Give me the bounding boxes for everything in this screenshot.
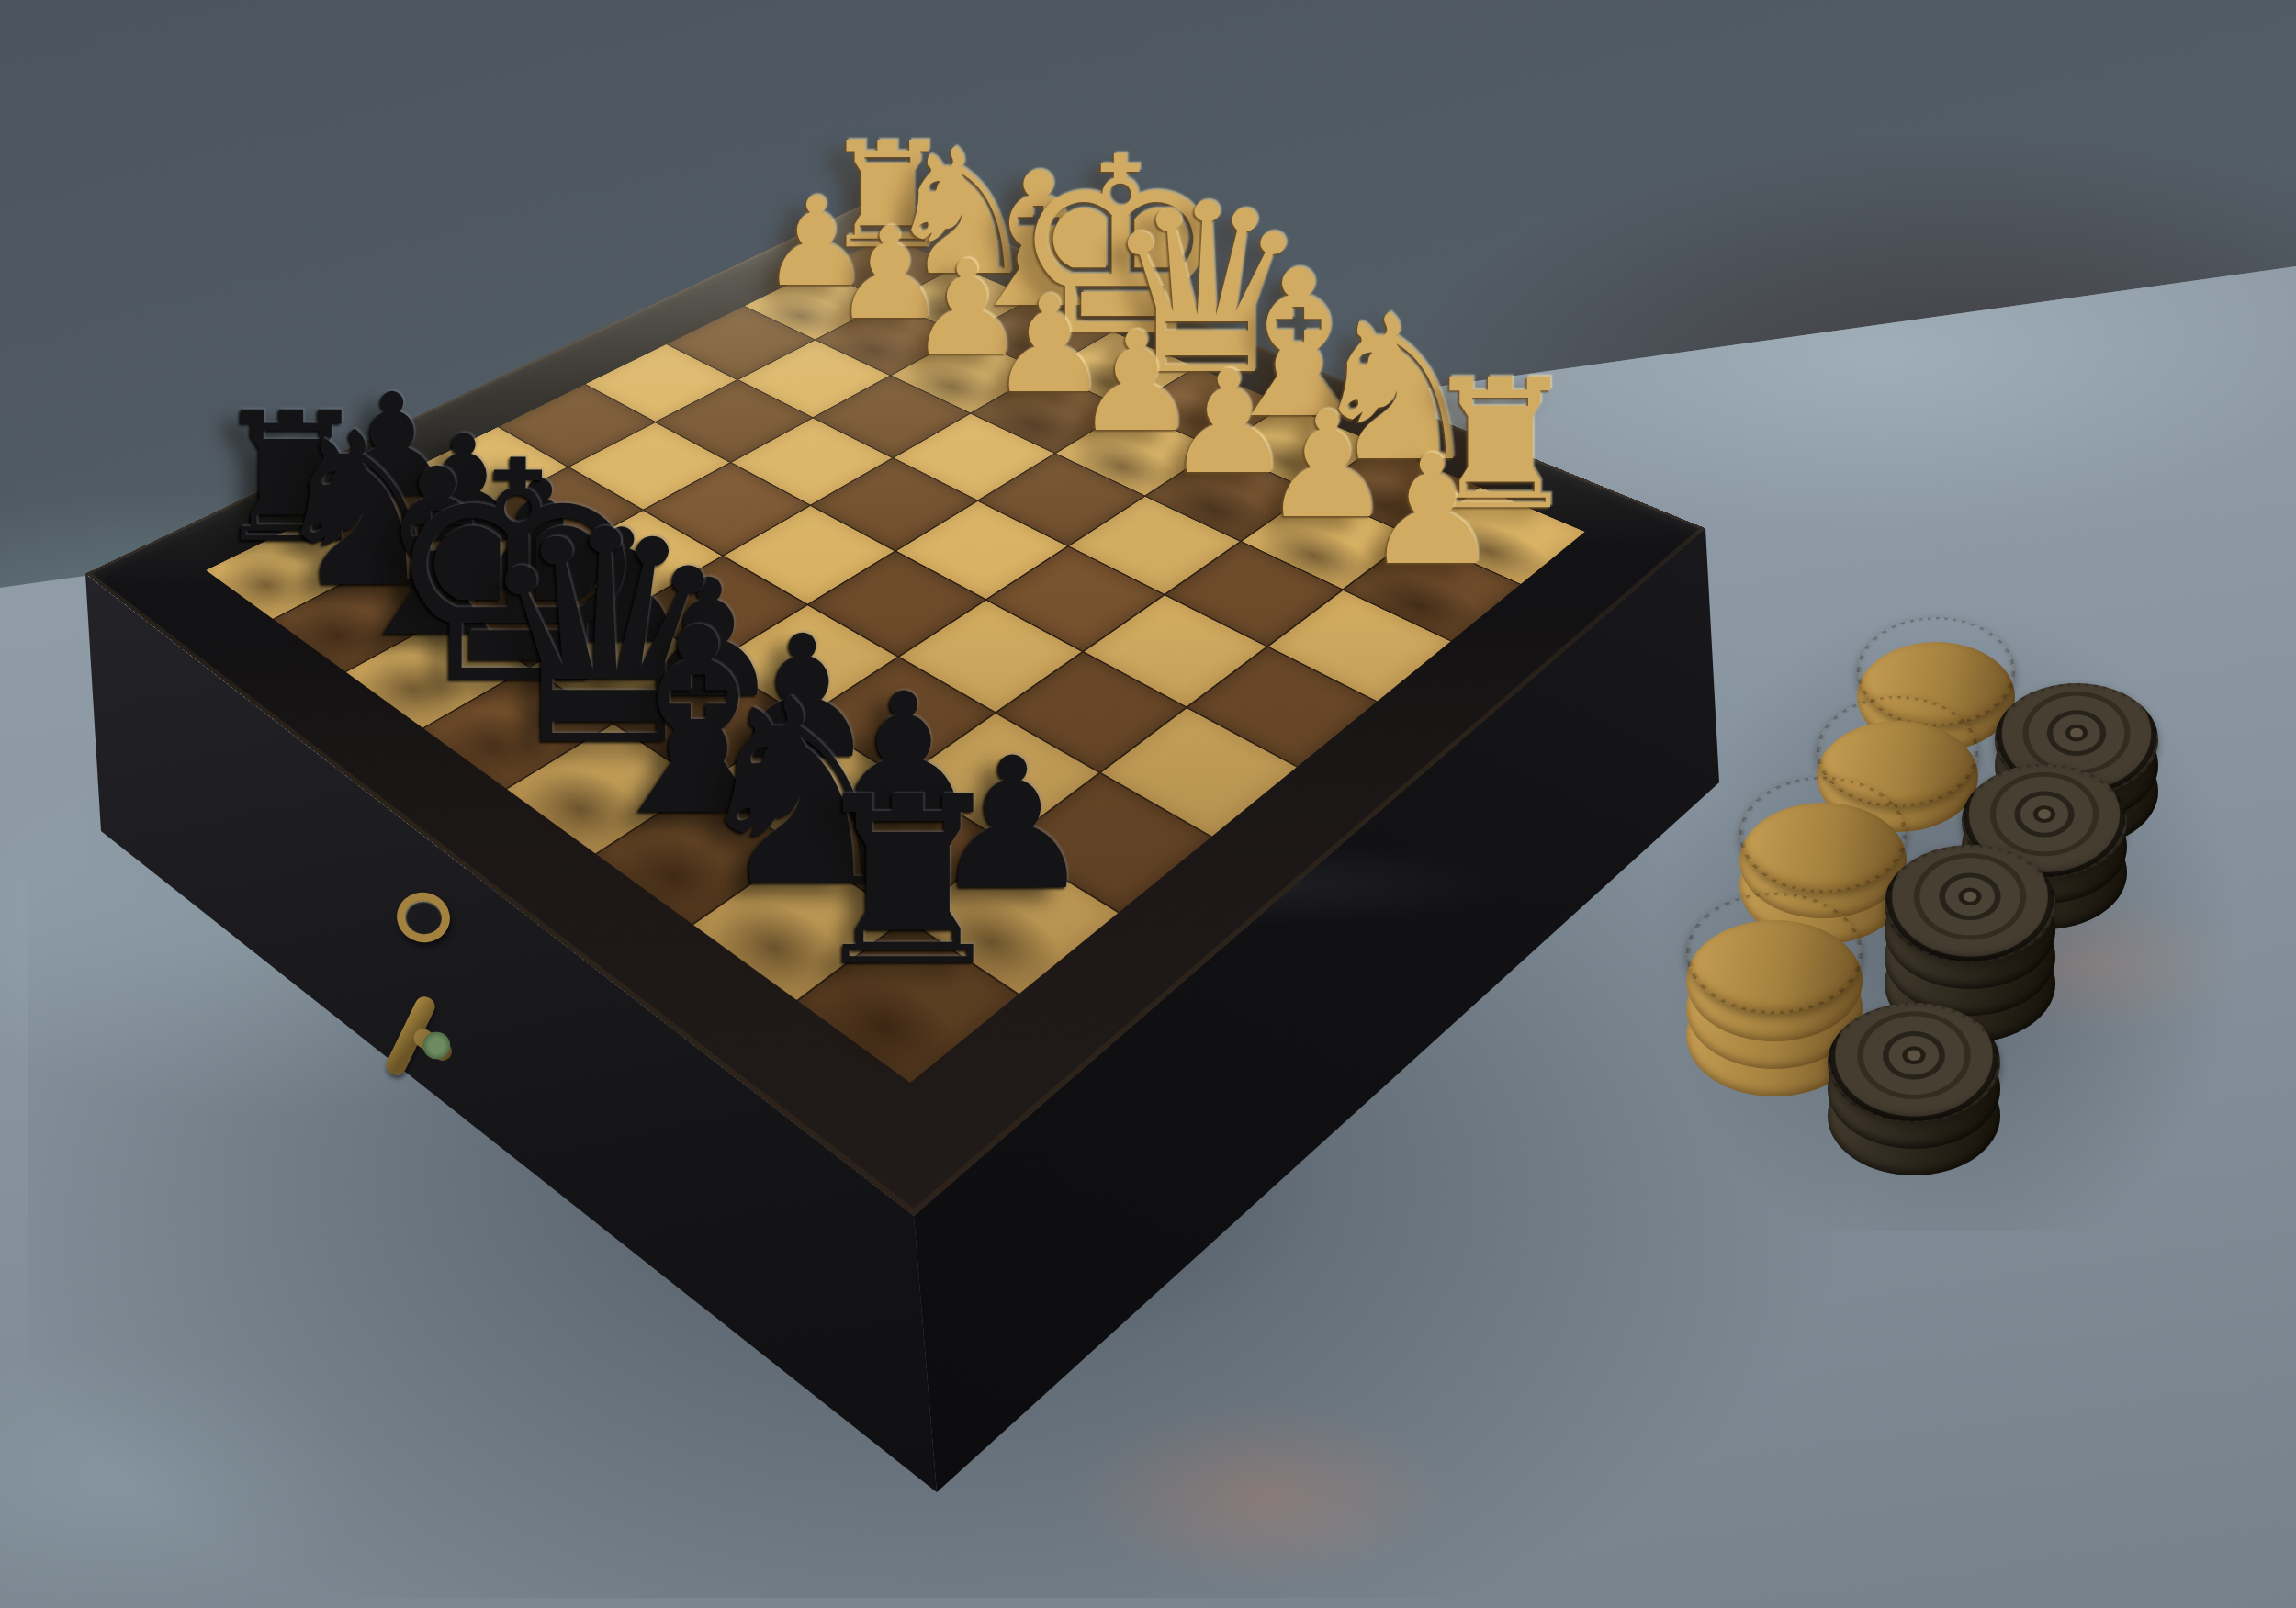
chess-board-top [85,194,1705,1216]
board-grid [206,236,1584,1083]
dark-draughts-piece [1828,1003,2000,1122]
dark-draughts-piece [1885,845,2055,962]
light-draughts-piece [1686,893,1863,1014]
scene: ♜♞♟♝♟♚♟♛♟♝♟♞♟♟♜♟♟♜♟♟♞♟♝♟♚♟♛♟♝♟♞♜ [0,0,2296,1608]
dark-draughts-stack [1828,1003,2000,1175]
light-draughts-piece [1739,777,1907,893]
